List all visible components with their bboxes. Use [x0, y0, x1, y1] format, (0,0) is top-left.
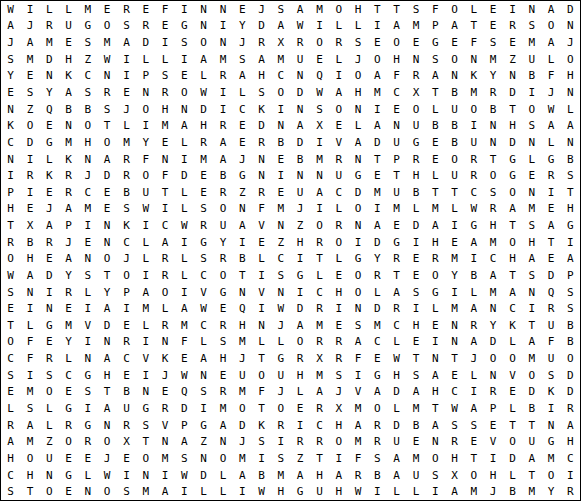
grid-cell[interactable]: P: [59, 217, 78, 234]
grid-cell[interactable]: I: [329, 68, 348, 85]
grid-cell[interactable]: L: [59, 1, 78, 18]
grid-cell[interactable]: Y: [541, 483, 560, 500]
grid-cell[interactable]: U: [541, 317, 560, 334]
grid-cell[interactable]: E: [213, 367, 232, 384]
grid-cell[interactable]: A: [368, 117, 387, 134]
grid-cell[interactable]: J: [348, 51, 367, 68]
grid-cell[interactable]: C: [78, 184, 97, 201]
grid-cell[interactable]: N: [445, 317, 464, 334]
grid-cell[interactable]: A: [541, 1, 560, 18]
grid-cell[interactable]: J: [483, 483, 502, 500]
grid-cell[interactable]: Q: [310, 68, 329, 85]
grid-cell[interactable]: F: [348, 350, 367, 367]
grid-cell[interactable]: R: [40, 350, 59, 367]
grid-cell[interactable]: A: [445, 18, 464, 35]
grid-cell[interactable]: R: [329, 350, 348, 367]
grid-cell[interactable]: E: [40, 184, 59, 201]
grid-cell[interactable]: G: [136, 400, 155, 417]
grid-cell[interactable]: U: [541, 350, 560, 367]
grid-cell[interactable]: N: [290, 68, 309, 85]
grid-cell[interactable]: W: [97, 51, 116, 68]
grid-cell[interactable]: N: [97, 234, 116, 251]
grid-cell[interactable]: E: [59, 384, 78, 401]
grid-cell[interactable]: H: [59, 51, 78, 68]
grid-cell[interactable]: R: [194, 134, 213, 151]
grid-cell[interactable]: E: [368, 350, 387, 367]
grid-cell[interactable]: S: [78, 267, 97, 284]
grid-cell[interactable]: L: [136, 317, 155, 334]
grid-cell[interactable]: L: [464, 367, 483, 384]
grid-cell[interactable]: N: [213, 34, 232, 51]
grid-cell[interactable]: L: [271, 334, 290, 351]
grid-cell[interactable]: L: [117, 117, 136, 134]
grid-cell[interactable]: M: [117, 134, 136, 151]
grid-cell[interactable]: A: [387, 18, 406, 35]
grid-cell[interactable]: W: [290, 18, 309, 35]
grid-cell[interactable]: Q: [175, 384, 194, 401]
grid-cell[interactable]: Y: [1, 68, 20, 85]
grid-cell[interactable]: H: [290, 367, 309, 384]
grid-cell[interactable]: I: [155, 467, 174, 484]
grid-cell[interactable]: N: [40, 467, 59, 484]
grid-cell[interactable]: H: [329, 417, 348, 434]
grid-cell[interactable]: M: [20, 384, 39, 401]
grid-cell[interactable]: R: [464, 151, 483, 168]
grid-cell[interactable]: L: [194, 68, 213, 85]
grid-cell[interactable]: A: [310, 184, 329, 201]
grid-cell[interactable]: S: [40, 367, 59, 384]
grid-cell[interactable]: A: [503, 284, 522, 301]
grid-cell[interactable]: O: [561, 350, 580, 367]
grid-cell[interactable]: E: [136, 1, 155, 18]
grid-cell[interactable]: I: [136, 367, 155, 384]
grid-cell[interactable]: K: [464, 68, 483, 85]
grid-cell[interactable]: N: [97, 217, 116, 234]
grid-cell[interactable]: C: [445, 384, 464, 401]
grid-cell[interactable]: N: [1, 101, 20, 118]
grid-cell[interactable]: C: [117, 350, 136, 367]
grid-cell[interactable]: F: [464, 34, 483, 51]
grid-cell[interactable]: B: [290, 151, 309, 168]
grid-cell[interactable]: N: [522, 134, 541, 151]
grid-cell[interactable]: B: [561, 317, 580, 334]
grid-cell[interactable]: S: [78, 84, 97, 101]
grid-cell[interactable]: A: [387, 284, 406, 301]
grid-cell[interactable]: O: [97, 433, 116, 450]
grid-cell[interactable]: L: [20, 317, 39, 334]
grid-cell[interactable]: A: [290, 467, 309, 484]
grid-cell[interactable]: U: [522, 433, 541, 450]
grid-cell[interactable]: W: [271, 300, 290, 317]
grid-cell[interactable]: R: [387, 250, 406, 267]
grid-cell[interactable]: J: [233, 433, 252, 450]
grid-cell[interactable]: U: [59, 18, 78, 35]
grid-cell[interactable]: J: [233, 350, 252, 367]
grid-cell[interactable]: L: [194, 483, 213, 500]
grid-cell[interactable]: E: [155, 134, 174, 151]
grid-cell[interactable]: R: [387, 300, 406, 317]
grid-cell[interactable]: A: [348, 417, 367, 434]
grid-cell[interactable]: M: [233, 384, 252, 401]
grid-cell[interactable]: S: [252, 84, 271, 101]
grid-cell[interactable]: G: [213, 284, 232, 301]
grid-cell[interactable]: W: [1, 267, 20, 284]
grid-cell[interactable]: G: [503, 167, 522, 184]
grid-cell[interactable]: K: [1, 117, 20, 134]
grid-cell[interactable]: R: [97, 84, 116, 101]
grid-cell[interactable]: Y: [213, 234, 232, 251]
grid-cell[interactable]: N: [310, 167, 329, 184]
grid-cell[interactable]: L: [348, 18, 367, 35]
grid-cell[interactable]: R: [310, 400, 329, 417]
grid-cell[interactable]: C: [464, 184, 483, 201]
grid-cell[interactable]: S: [541, 367, 560, 384]
grid-cell[interactable]: R: [290, 34, 309, 51]
grid-cell[interactable]: L: [503, 467, 522, 484]
grid-cell[interactable]: L: [329, 201, 348, 218]
grid-cell[interactable]: A: [233, 467, 252, 484]
grid-cell[interactable]: L: [464, 1, 483, 18]
grid-cell[interactable]: I: [271, 101, 290, 118]
grid-cell[interactable]: N: [213, 433, 232, 450]
grid-cell[interactable]: S: [522, 18, 541, 35]
grid-cell[interactable]: O: [1, 334, 20, 351]
grid-cell[interactable]: L: [175, 201, 194, 218]
grid-cell[interactable]: G: [290, 483, 309, 500]
grid-cell[interactable]: H: [348, 84, 367, 101]
grid-cell[interactable]: G: [78, 417, 97, 434]
grid-cell[interactable]: A: [387, 467, 406, 484]
grid-cell[interactable]: M: [483, 51, 502, 68]
grid-cell[interactable]: M: [271, 201, 290, 218]
grid-cell[interactable]: R: [426, 250, 445, 267]
grid-cell[interactable]: A: [136, 284, 155, 301]
grid-cell[interactable]: O: [97, 483, 116, 500]
grid-cell[interactable]: R: [252, 184, 271, 201]
grid-cell[interactable]: J: [97, 450, 116, 467]
grid-cell[interactable]: L: [1, 400, 20, 417]
grid-cell[interactable]: R: [136, 18, 155, 35]
grid-cell[interactable]: T: [1, 217, 20, 234]
grid-cell[interactable]: E: [290, 400, 309, 417]
grid-cell[interactable]: H: [1, 450, 20, 467]
grid-cell[interactable]: T: [97, 267, 116, 284]
grid-cell[interactable]: A: [368, 384, 387, 401]
grid-cell[interactable]: R: [1, 417, 20, 434]
grid-cell[interactable]: B: [503, 483, 522, 500]
grid-cell[interactable]: O: [445, 151, 464, 168]
grid-cell[interactable]: M: [20, 51, 39, 68]
grid-cell[interactable]: H: [561, 201, 580, 218]
grid-cell[interactable]: S: [271, 1, 290, 18]
grid-cell[interactable]: N: [97, 417, 116, 434]
grid-cell[interactable]: A: [310, 384, 329, 401]
grid-cell[interactable]: T: [426, 84, 445, 101]
grid-cell[interactable]: N: [348, 151, 367, 168]
grid-cell[interactable]: B: [426, 117, 445, 134]
grid-cell[interactable]: O: [233, 400, 252, 417]
grid-cell[interactable]: I: [368, 101, 387, 118]
grid-cell[interactable]: H: [406, 317, 425, 334]
grid-cell[interactable]: E: [155, 18, 174, 35]
grid-cell[interactable]: W: [175, 467, 194, 484]
grid-cell[interactable]: M: [136, 300, 155, 317]
grid-cell[interactable]: A: [97, 400, 116, 417]
grid-cell[interactable]: Z: [503, 51, 522, 68]
grid-cell[interactable]: U: [445, 167, 464, 184]
grid-cell[interactable]: C: [368, 334, 387, 351]
grid-cell[interactable]: E: [329, 267, 348, 284]
grid-cell[interactable]: A: [290, 317, 309, 334]
grid-cell[interactable]: E: [233, 134, 252, 151]
grid-cell[interactable]: N: [348, 300, 367, 317]
grid-cell[interactable]: D: [387, 417, 406, 434]
grid-cell[interactable]: R: [117, 151, 136, 168]
grid-cell[interactable]: A: [483, 267, 502, 284]
grid-cell[interactable]: N: [464, 51, 483, 68]
grid-cell[interactable]: I: [252, 300, 271, 317]
grid-cell[interactable]: G: [464, 217, 483, 234]
grid-cell[interactable]: R: [117, 1, 136, 18]
grid-cell[interactable]: T: [561, 184, 580, 201]
grid-cell[interactable]: O: [175, 84, 194, 101]
grid-cell[interactable]: M: [271, 51, 290, 68]
grid-cell[interactable]: I: [78, 334, 97, 351]
grid-cell[interactable]: A: [426, 68, 445, 85]
grid-cell[interactable]: R: [329, 334, 348, 351]
grid-cell[interactable]: T: [503, 417, 522, 434]
grid-cell[interactable]: D: [406, 217, 425, 234]
grid-cell[interactable]: E: [329, 117, 348, 134]
grid-cell[interactable]: N: [406, 51, 425, 68]
grid-cell[interactable]: S: [561, 300, 580, 317]
grid-cell[interactable]: H: [348, 1, 367, 18]
grid-cell[interactable]: R: [59, 167, 78, 184]
grid-cell[interactable]: L: [252, 250, 271, 267]
grid-cell[interactable]: S: [78, 34, 97, 51]
grid-cell[interactable]: N: [483, 134, 502, 151]
grid-cell[interactable]: H: [233, 317, 252, 334]
grid-cell[interactable]: O: [271, 400, 290, 417]
grid-cell[interactable]: R: [483, 384, 502, 401]
grid-cell[interactable]: R: [464, 167, 483, 184]
grid-cell[interactable]: E: [310, 51, 329, 68]
grid-cell[interactable]: A: [175, 300, 194, 317]
grid-cell[interactable]: E: [59, 483, 78, 500]
grid-cell[interactable]: S: [194, 250, 213, 267]
grid-cell[interactable]: O: [368, 400, 387, 417]
grid-cell[interactable]: H: [522, 234, 541, 251]
grid-cell[interactable]: A: [1, 433, 20, 450]
grid-cell[interactable]: L: [426, 300, 445, 317]
grid-cell[interactable]: S: [233, 51, 252, 68]
grid-cell[interactable]: A: [20, 34, 39, 51]
grid-cell[interactable]: T: [426, 184, 445, 201]
grid-cell[interactable]: H: [97, 367, 116, 384]
grid-cell[interactable]: J: [117, 101, 136, 118]
grid-cell[interactable]: R: [1, 234, 20, 251]
grid-cell[interactable]: O: [329, 433, 348, 450]
grid-cell[interactable]: L: [503, 400, 522, 417]
grid-cell[interactable]: N: [78, 151, 97, 168]
grid-cell[interactable]: E: [483, 18, 502, 35]
grid-cell[interactable]: D: [503, 134, 522, 151]
grid-cell[interactable]: R: [348, 467, 367, 484]
grid-cell[interactable]: G: [290, 267, 309, 284]
grid-cell[interactable]: Q: [233, 300, 252, 317]
grid-cell[interactable]: O: [20, 450, 39, 467]
grid-cell[interactable]: O: [503, 433, 522, 450]
grid-cell[interactable]: V: [503, 367, 522, 384]
grid-cell[interactable]: T: [445, 350, 464, 367]
grid-cell[interactable]: L: [445, 201, 464, 218]
grid-cell[interactable]: A: [541, 217, 560, 234]
grid-cell[interactable]: T: [522, 417, 541, 434]
grid-cell[interactable]: S: [213, 334, 232, 351]
grid-cell[interactable]: Y: [483, 317, 502, 334]
grid-cell[interactable]: A: [503, 201, 522, 218]
grid-cell[interactable]: I: [78, 217, 97, 234]
grid-cell[interactable]: Z: [194, 433, 213, 450]
grid-cell[interactable]: J: [271, 317, 290, 334]
grid-cell[interactable]: J: [78, 167, 97, 184]
grid-cell[interactable]: O: [20, 117, 39, 134]
grid-cell[interactable]: S: [522, 117, 541, 134]
grid-cell[interactable]: M: [483, 284, 502, 301]
grid-cell[interactable]: H: [155, 101, 174, 118]
grid-cell[interactable]: U: [406, 117, 425, 134]
grid-cell[interactable]: H: [20, 467, 39, 484]
grid-cell[interactable]: I: [464, 384, 483, 401]
grid-cell[interactable]: F: [387, 68, 406, 85]
grid-cell[interactable]: F: [252, 201, 271, 218]
grid-cell[interactable]: P: [136, 68, 155, 85]
grid-cell[interactable]: R: [40, 18, 59, 35]
grid-cell[interactable]: I: [464, 250, 483, 267]
grid-cell[interactable]: H: [503, 117, 522, 134]
grid-cell[interactable]: A: [445, 483, 464, 500]
grid-cell[interactable]: T: [522, 317, 541, 334]
grid-cell[interactable]: P: [561, 267, 580, 284]
grid-cell[interactable]: R: [406, 68, 425, 85]
grid-cell[interactable]: I: [175, 234, 194, 251]
grid-cell[interactable]: Q: [40, 101, 59, 118]
grid-cell[interactable]: B: [445, 117, 464, 134]
grid-cell[interactable]: S: [310, 101, 329, 118]
grid-cell[interactable]: N: [136, 384, 155, 401]
grid-cell[interactable]: C: [387, 84, 406, 101]
grid-cell[interactable]: D: [503, 84, 522, 101]
grid-cell[interactable]: N: [426, 433, 445, 450]
grid-cell[interactable]: G: [368, 367, 387, 384]
grid-cell[interactable]: W: [1, 1, 20, 18]
grid-cell[interactable]: L: [40, 400, 59, 417]
grid-cell[interactable]: O: [368, 51, 387, 68]
grid-cell[interactable]: C: [310, 284, 329, 301]
grid-cell[interactable]: I: [271, 167, 290, 184]
grid-cell[interactable]: M: [40, 34, 59, 51]
grid-cell[interactable]: Y: [97, 284, 116, 301]
grid-cell[interactable]: A: [213, 417, 232, 434]
grid-cell[interactable]: T: [445, 184, 464, 201]
grid-cell[interactable]: G: [233, 167, 252, 184]
grid-cell[interactable]: L: [329, 51, 348, 68]
grid-cell[interactable]: W: [194, 84, 213, 101]
grid-cell[interactable]: M: [406, 18, 425, 35]
grid-cell[interactable]: E: [368, 167, 387, 184]
grid-cell[interactable]: L: [387, 334, 406, 351]
grid-cell[interactable]: A: [406, 384, 425, 401]
grid-cell[interactable]: H: [406, 167, 425, 184]
grid-cell[interactable]: L: [213, 483, 232, 500]
grid-cell[interactable]: N: [40, 300, 59, 317]
grid-cell[interactable]: R: [59, 417, 78, 434]
grid-cell[interactable]: I: [20, 1, 39, 18]
grid-cell[interactable]: M: [310, 317, 329, 334]
grid-cell[interactable]: O: [503, 184, 522, 201]
grid-cell[interactable]: A: [175, 433, 194, 450]
grid-cell[interactable]: N: [561, 84, 580, 101]
grid-cell[interactable]: W: [348, 483, 367, 500]
grid-cell[interactable]: T: [252, 350, 271, 367]
grid-cell[interactable]: M: [522, 34, 541, 51]
grid-cell[interactable]: N: [541, 417, 560, 434]
grid-cell[interactable]: I: [368, 201, 387, 218]
grid-cell[interactable]: I: [20, 151, 39, 168]
grid-cell[interactable]: D: [483, 334, 502, 351]
grid-cell[interactable]: H: [445, 450, 464, 467]
grid-cell[interactable]: W: [387, 350, 406, 367]
grid-cell[interactable]: M: [175, 317, 194, 334]
grid-cell[interactable]: R: [117, 334, 136, 351]
grid-cell[interactable]: O: [522, 367, 541, 384]
grid-cell[interactable]: F: [426, 1, 445, 18]
grid-cell[interactable]: U: [233, 367, 252, 384]
grid-cell[interactable]: V: [136, 350, 155, 367]
grid-cell[interactable]: F: [155, 1, 174, 18]
grid-cell[interactable]: O: [252, 367, 271, 384]
grid-cell[interactable]: I: [20, 300, 39, 317]
grid-cell[interactable]: G: [271, 350, 290, 367]
grid-cell[interactable]: U: [136, 184, 155, 201]
grid-cell[interactable]: T: [541, 234, 560, 251]
grid-cell[interactable]: D: [368, 234, 387, 251]
grid-cell[interactable]: A: [233, 68, 252, 85]
grid-cell[interactable]: Q: [541, 284, 560, 301]
grid-cell[interactable]: N: [271, 284, 290, 301]
grid-cell[interactable]: E: [503, 34, 522, 51]
grid-cell[interactable]: E: [175, 68, 194, 85]
grid-cell[interactable]: R: [368, 417, 387, 434]
grid-cell[interactable]: J: [290, 201, 309, 218]
grid-cell[interactable]: A: [561, 117, 580, 134]
grid-cell[interactable]: S: [78, 384, 97, 401]
grid-cell[interactable]: T: [136, 433, 155, 450]
grid-cell[interactable]: G: [406, 134, 425, 151]
grid-cell[interactable]: N: [155, 334, 174, 351]
grid-cell[interactable]: I: [445, 284, 464, 301]
grid-cell[interactable]: A: [522, 250, 541, 267]
grid-cell[interactable]: E: [368, 34, 387, 51]
grid-cell[interactable]: N: [59, 117, 78, 134]
grid-cell[interactable]: V: [348, 384, 367, 401]
grid-cell[interactable]: M: [406, 450, 425, 467]
grid-cell[interactable]: N: [252, 151, 271, 168]
grid-cell[interactable]: C: [59, 367, 78, 384]
grid-cell[interactable]: N: [290, 101, 309, 118]
grid-cell[interactable]: M: [59, 134, 78, 151]
grid-cell[interactable]: R: [329, 34, 348, 51]
